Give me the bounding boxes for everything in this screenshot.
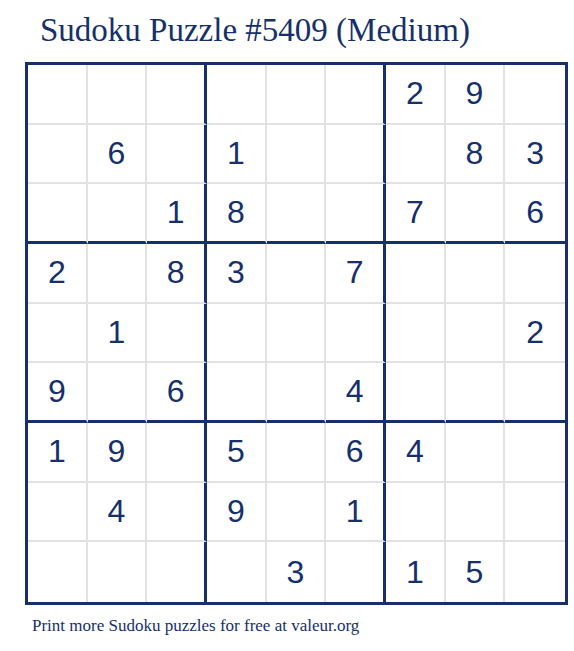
cell-r6c7[interactable]	[386, 363, 446, 423]
cell-r3c5[interactable]	[267, 184, 327, 244]
cell-r5c3[interactable]	[147, 304, 207, 364]
cell-r9c7[interactable]: 1	[386, 542, 446, 602]
cell-r1c3[interactable]	[147, 65, 207, 125]
cell-r1c9[interactable]	[505, 65, 565, 125]
cell-r4c8[interactable]	[446, 244, 506, 304]
cell-r5c9[interactable]: 2	[505, 304, 565, 364]
cell-r8c1[interactable]	[28, 483, 88, 543]
cell-r5c2[interactable]: 1	[88, 304, 148, 364]
cell-r8c4[interactable]: 9	[207, 483, 267, 543]
sudoku-page: Sudoku Puzzle #5409 (Medium) 29618318762…	[0, 0, 574, 651]
cell-r2c2[interactable]: 6	[88, 125, 148, 185]
cell-r6c3[interactable]: 6	[147, 363, 207, 423]
cell-r1c5[interactable]	[267, 65, 327, 125]
cell-r7c7[interactable]: 4	[386, 423, 446, 483]
cell-r3c2[interactable]	[88, 184, 148, 244]
cell-r7c5[interactable]	[267, 423, 327, 483]
cell-r5c7[interactable]	[386, 304, 446, 364]
cell-r5c8[interactable]	[446, 304, 506, 364]
cell-r5c5[interactable]	[267, 304, 327, 364]
cell-r1c6[interactable]	[326, 65, 386, 125]
cell-r8c7[interactable]	[386, 483, 446, 543]
page-title: Sudoku Puzzle #5409 (Medium)	[40, 12, 470, 50]
cell-r2c7[interactable]	[386, 125, 446, 185]
cell-r6c5[interactable]	[267, 363, 327, 423]
cell-r2c4[interactable]: 1	[207, 125, 267, 185]
cell-r8c3[interactable]	[147, 483, 207, 543]
cell-r8c6[interactable]: 1	[326, 483, 386, 543]
cell-r5c4[interactable]	[207, 304, 267, 364]
cell-r9c8[interactable]: 5	[446, 542, 506, 602]
cell-r7c3[interactable]	[147, 423, 207, 483]
cell-r9c2[interactable]	[88, 542, 148, 602]
cell-r3c8[interactable]	[446, 184, 506, 244]
cell-r4c5[interactable]	[267, 244, 327, 304]
cell-r9c1[interactable]	[28, 542, 88, 602]
cell-r9c6[interactable]	[326, 542, 386, 602]
cell-r3c9[interactable]: 6	[505, 184, 565, 244]
cell-r2c1[interactable]	[28, 125, 88, 185]
cell-r1c4[interactable]	[207, 65, 267, 125]
cell-r6c6[interactable]: 4	[326, 363, 386, 423]
cell-r4c3[interactable]: 8	[147, 244, 207, 304]
cell-r7c9[interactable]	[505, 423, 565, 483]
cell-r1c1[interactable]	[28, 65, 88, 125]
cell-r6c2[interactable]	[88, 363, 148, 423]
cell-r7c6[interactable]: 6	[326, 423, 386, 483]
cell-r4c6[interactable]: 7	[326, 244, 386, 304]
cell-r3c4[interactable]: 8	[207, 184, 267, 244]
cell-r6c9[interactable]	[505, 363, 565, 423]
cell-r8c9[interactable]	[505, 483, 565, 543]
cell-r3c7[interactable]: 7	[386, 184, 446, 244]
cell-r4c7[interactable]	[386, 244, 446, 304]
cell-r5c6[interactable]	[326, 304, 386, 364]
cell-r2c5[interactable]	[267, 125, 327, 185]
cell-r1c7[interactable]: 2	[386, 65, 446, 125]
cell-r6c4[interactable]	[207, 363, 267, 423]
cell-r8c5[interactable]	[267, 483, 327, 543]
cell-r4c9[interactable]	[505, 244, 565, 304]
cell-r3c1[interactable]	[28, 184, 88, 244]
sudoku-board: 296183187628371296419564491315	[25, 62, 568, 605]
cell-r3c3[interactable]: 1	[147, 184, 207, 244]
cell-r6c8[interactable]	[446, 363, 506, 423]
cell-r1c2[interactable]	[88, 65, 148, 125]
cell-r5c1[interactable]	[28, 304, 88, 364]
cell-r2c8[interactable]: 8	[446, 125, 506, 185]
cell-r4c1[interactable]: 2	[28, 244, 88, 304]
cell-r3c6[interactable]	[326, 184, 386, 244]
cell-r9c5[interactable]: 3	[267, 542, 327, 602]
cell-r1c8[interactable]: 9	[446, 65, 506, 125]
cell-r7c8[interactable]	[446, 423, 506, 483]
footer-text: Print more Sudoku puzzles for free at va…	[32, 616, 359, 636]
cell-r7c1[interactable]: 1	[28, 423, 88, 483]
cell-r7c2[interactable]: 9	[88, 423, 148, 483]
cell-r8c8[interactable]	[446, 483, 506, 543]
cell-r2c9[interactable]: 3	[505, 125, 565, 185]
cell-r2c6[interactable]	[326, 125, 386, 185]
cell-r7c4[interactable]: 5	[207, 423, 267, 483]
cell-r8c2[interactable]: 4	[88, 483, 148, 543]
cell-r4c2[interactable]	[88, 244, 148, 304]
cell-r9c4[interactable]	[207, 542, 267, 602]
cell-r2c3[interactable]	[147, 125, 207, 185]
cell-r6c1[interactable]: 9	[28, 363, 88, 423]
cell-r4c4[interactable]: 3	[207, 244, 267, 304]
cell-r9c9[interactable]	[505, 542, 565, 602]
cell-r9c3[interactable]	[147, 542, 207, 602]
